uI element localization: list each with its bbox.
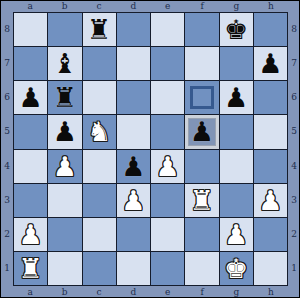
square-a7[interactable] — [14, 47, 47, 80]
rank-labels-right: 87654321 — [288, 12, 300, 286]
file-label-e: e — [151, 1, 185, 12]
file-label-d: d — [116, 286, 150, 298]
square-h1[interactable] — [254, 252, 287, 285]
square-f6[interactable] — [185, 81, 218, 114]
square-c3[interactable] — [83, 184, 116, 217]
square-c1[interactable] — [83, 252, 116, 285]
square-d1[interactable] — [117, 252, 150, 285]
square-f7[interactable] — [185, 47, 218, 80]
board-grid: ♜♚♝♟♟♜♟♟♞♟♟♟♟♟♜♟♟♟♜♚ — [13, 12, 288, 286]
rank-label-1: 1 — [1, 252, 13, 286]
piece-white-pawn[interactable]: ♟ — [53, 153, 77, 180]
file-label-c: c — [82, 1, 116, 12]
square-h4[interactable] — [254, 150, 287, 183]
piece-black-pawn[interactable]: ♟ — [19, 84, 43, 111]
piece-black-pawn[interactable]: ♟ — [190, 118, 214, 145]
piece-white-knight[interactable]: ♞ — [87, 118, 111, 145]
piece-black-pawn[interactable]: ♟ — [53, 118, 77, 145]
rank-label-3: 3 — [288, 183, 300, 217]
rank-label-7: 7 — [1, 46, 13, 80]
file-label-f: f — [185, 286, 219, 298]
piece-white-pawn[interactable]: ♟ — [224, 221, 248, 248]
square-g4[interactable] — [220, 150, 253, 183]
square-f3[interactable]: ♜ — [185, 184, 218, 217]
square-a1[interactable]: ♜ — [14, 252, 47, 285]
square-f5-highlighted[interactable]: ♟ — [185, 115, 218, 148]
square-e3[interactable] — [151, 184, 184, 217]
square-d7[interactable] — [117, 47, 150, 80]
square-e1[interactable] — [151, 252, 184, 285]
square-annotation-marker-f6 — [190, 86, 213, 109]
file-label-c: c — [82, 286, 116, 298]
square-e7[interactable] — [151, 47, 184, 80]
square-e8[interactable] — [151, 13, 184, 46]
rank-label-3: 3 — [1, 183, 13, 217]
square-h3[interactable]: ♟ — [254, 184, 287, 217]
rank-label-2: 2 — [288, 218, 300, 252]
square-a2[interactable]: ♟ — [14, 218, 47, 251]
file-label-a: a — [13, 286, 47, 298]
square-a5[interactable] — [14, 115, 47, 148]
rank-label-1: 1 — [288, 252, 300, 286]
rank-label-8: 8 — [288, 12, 300, 46]
square-d2[interactable] — [117, 218, 150, 251]
square-b6[interactable]: ♜ — [48, 81, 81, 114]
file-label-g: g — [219, 286, 253, 298]
file-label-b: b — [47, 286, 81, 298]
square-c8[interactable]: ♜ — [83, 13, 116, 46]
square-e5[interactable] — [151, 115, 184, 148]
square-g5[interactable] — [220, 115, 253, 148]
piece-black-pawn[interactable]: ♟ — [258, 50, 282, 77]
chess-board-diagram: abcdefgh abcdefgh 87654321 87654321 ♜♚♝♟… — [0, 0, 300, 298]
piece-black-bishop[interactable]: ♝ — [53, 50, 77, 77]
piece-black-king[interactable]: ♚ — [224, 16, 248, 43]
square-h6[interactable] — [254, 81, 287, 114]
square-a6[interactable]: ♟ — [14, 81, 47, 114]
square-c4[interactable] — [83, 150, 116, 183]
file-labels-bottom: abcdefgh — [13, 286, 288, 298]
square-b4[interactable]: ♟ — [48, 150, 81, 183]
square-b3[interactable] — [48, 184, 81, 217]
square-c5[interactable]: ♞ — [83, 115, 116, 148]
rank-label-5: 5 — [1, 115, 13, 149]
square-g7[interactable] — [220, 47, 253, 80]
piece-white-rook[interactable]: ♜ — [190, 187, 214, 214]
square-h2[interactable] — [254, 218, 287, 251]
file-label-f: f — [185, 1, 219, 12]
square-e4[interactable]: ♟ — [151, 150, 184, 183]
square-g8[interactable]: ♚ — [220, 13, 253, 46]
rank-labels-left: 87654321 — [1, 12, 13, 286]
rank-label-4: 4 — [1, 149, 13, 183]
square-g1[interactable]: ♚ — [220, 252, 253, 285]
square-g3[interactable] — [220, 184, 253, 217]
square-f4[interactable] — [185, 150, 218, 183]
rank-label-2: 2 — [1, 218, 13, 252]
square-d8[interactable] — [117, 13, 150, 46]
square-b1[interactable] — [48, 252, 81, 285]
square-d5[interactable] — [117, 115, 150, 148]
square-c6[interactable] — [83, 81, 116, 114]
piece-white-pawn[interactable]: ♟ — [121, 187, 145, 214]
rank-label-4: 4 — [288, 149, 300, 183]
piece-white-pawn[interactable]: ♟ — [19, 221, 43, 248]
square-h8[interactable] — [254, 13, 287, 46]
file-label-g: g — [219, 1, 253, 12]
square-d3[interactable]: ♟ — [117, 184, 150, 217]
piece-black-pawn[interactable]: ♟ — [121, 153, 145, 180]
square-e2[interactable] — [151, 218, 184, 251]
rank-label-7: 7 — [288, 46, 300, 80]
square-g6[interactable]: ♟ — [220, 81, 253, 114]
square-b8[interactable] — [48, 13, 81, 46]
square-f2[interactable] — [185, 218, 218, 251]
file-label-e: e — [151, 286, 185, 298]
square-c2[interactable] — [83, 218, 116, 251]
file-label-a: a — [13, 1, 47, 12]
square-b5[interactable]: ♟ — [48, 115, 81, 148]
piece-white-rook[interactable]: ♜ — [19, 255, 43, 282]
rank-label-6: 6 — [1, 81, 13, 115]
piece-white-pawn[interactable]: ♟ — [156, 153, 180, 180]
file-labels-top: abcdefgh — [13, 1, 288, 12]
square-a3[interactable] — [14, 184, 47, 217]
square-e6[interactable] — [151, 81, 184, 114]
piece-black-rook[interactable]: ♜ — [53, 84, 77, 111]
square-d4[interactable]: ♟ — [117, 150, 150, 183]
square-h5[interactable] — [254, 115, 287, 148]
file-label-h: h — [254, 1, 288, 12]
piece-white-pawn[interactable]: ♟ — [258, 187, 282, 214]
piece-black-pawn[interactable]: ♟ — [224, 84, 248, 111]
piece-black-rook[interactable]: ♜ — [87, 16, 111, 43]
square-a4[interactable] — [14, 150, 47, 183]
file-label-h: h — [254, 286, 288, 298]
square-f1[interactable] — [185, 252, 218, 285]
square-g2[interactable]: ♟ — [220, 218, 253, 251]
square-b2[interactable] — [48, 218, 81, 251]
file-label-b: b — [47, 1, 81, 12]
square-f8[interactable] — [185, 13, 218, 46]
square-h7[interactable]: ♟ — [254, 47, 287, 80]
rank-label-5: 5 — [288, 115, 300, 149]
square-c7[interactable] — [83, 47, 116, 80]
rank-label-8: 8 — [1, 12, 13, 46]
square-d6[interactable] — [117, 81, 150, 114]
piece-white-king[interactable]: ♚ — [224, 255, 248, 282]
square-a8[interactable] — [14, 13, 47, 46]
square-b7[interactable]: ♝ — [48, 47, 81, 80]
rank-label-6: 6 — [288, 81, 300, 115]
file-label-d: d — [116, 1, 150, 12]
